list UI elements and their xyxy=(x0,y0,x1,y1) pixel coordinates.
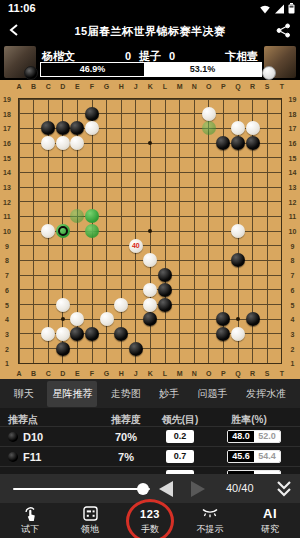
tab-1[interactable]: 聊天 xyxy=(9,381,39,407)
black-captures: 0 xyxy=(125,50,131,62)
territory-icon xyxy=(83,506,98,521)
black-player-avatar xyxy=(4,46,36,78)
board-row-label: 19 xyxy=(289,96,297,103)
board-column-label: L xyxy=(163,370,167,377)
board-row-label: 1 xyxy=(291,360,295,367)
go-board[interactable]: AABBCCDDEEFFGGHHJJKKLLMMNNOOPPQQRRSSTT11… xyxy=(0,80,300,379)
tab-2[interactable]: 星阵推荐 xyxy=(47,381,97,407)
white-stone-E16 xyxy=(70,136,84,150)
black-stone-E3 xyxy=(70,327,84,341)
black-win-value: 48.0 xyxy=(228,431,254,442)
board-column-label: T xyxy=(280,83,284,90)
board-row-label: 12 xyxy=(289,198,297,205)
black-stone-C17 xyxy=(41,121,55,135)
white-stone-K5 xyxy=(143,298,157,312)
previous-move-button[interactable] xyxy=(159,481,173,497)
board-column-label: B xyxy=(31,83,36,90)
tab-3[interactable]: 走势图 xyxy=(106,381,146,407)
black-stone-P3 xyxy=(216,327,230,341)
board-row-label: 14 xyxy=(3,169,11,176)
black-win-value: 45.6 xyxy=(228,451,254,462)
white-player-avatar xyxy=(264,46,296,78)
lead-value: 0.7 xyxy=(166,450,194,463)
board-row-label: 19 xyxy=(3,96,11,103)
recommended-point: D10 xyxy=(23,431,43,443)
last-move-stone-J9: 40 xyxy=(129,239,143,253)
title-bar: 15届春兰杯世界锦标赛半决赛 xyxy=(0,16,300,44)
board-column-label: N xyxy=(192,83,197,90)
lead-value: 0.2 xyxy=(166,430,194,443)
black-stone-R4 xyxy=(246,312,260,326)
col-header-point: 推荐点 xyxy=(8,413,38,427)
tap-icon xyxy=(22,506,39,522)
board-row-label: 5 xyxy=(5,301,9,308)
ai-suggestion-F10[interactable] xyxy=(85,224,99,238)
black-stone-E17 xyxy=(70,121,84,135)
white-win-rate: 53.1% xyxy=(144,63,261,76)
black-stone-Q8 xyxy=(231,253,245,267)
tab-5[interactable]: 问题手 xyxy=(193,381,233,407)
col-header-lead: 领先(目) xyxy=(162,413,199,427)
board-column-label: O xyxy=(206,83,211,90)
board-row-label: 12 xyxy=(3,198,11,205)
board-column-label: E xyxy=(75,83,80,90)
black-stone-D2 xyxy=(56,342,70,356)
toolbar-item-5[interactable]: AI研究 xyxy=(240,503,300,538)
board-row-label: 9 xyxy=(5,242,9,249)
board-column-label: C xyxy=(46,83,51,90)
board-row-label: 13 xyxy=(3,184,11,191)
white-win-value: 54.4 xyxy=(254,451,280,462)
board-column-label: P xyxy=(221,370,226,377)
black-stone-H3 xyxy=(114,327,128,341)
white-stone-Q10 xyxy=(231,224,245,238)
board-column-label: K xyxy=(148,83,153,90)
board-column-label: G xyxy=(104,83,109,90)
board-column-label: P xyxy=(221,83,226,90)
board-row-label: 16 xyxy=(289,140,297,147)
black-stone-F3 xyxy=(85,327,99,341)
black-stone-P16 xyxy=(216,136,230,150)
page-title: 15届春兰杯世界锦标赛半决赛 xyxy=(36,24,264,39)
recommendation-row-clipped xyxy=(0,466,300,474)
board-column-label: J xyxy=(134,370,138,377)
star-point xyxy=(148,141,152,145)
col-header-score: 推荐度 xyxy=(111,413,141,427)
move-navigation-bar: 40/40 xyxy=(0,474,300,503)
tab-4[interactable]: 妙手 xyxy=(154,381,184,407)
board-column-label: J xyxy=(134,83,138,90)
eye-closed-icon xyxy=(201,507,219,520)
toolbar-item-label: 研究 xyxy=(261,523,279,536)
board-column-label: H xyxy=(119,370,124,377)
board-column-label: O xyxy=(206,370,211,377)
black-stone-K4 xyxy=(143,312,157,326)
move-counter: 40/40 xyxy=(226,482,254,494)
captures-label: 提子 xyxy=(139,50,161,62)
board-row-label: 10 xyxy=(289,228,297,235)
black-stone-badge xyxy=(24,66,38,80)
board-column-label: H xyxy=(119,83,124,90)
board-row-label: 11 xyxy=(289,213,296,220)
toolbar-item-3[interactable]: 123手数 xyxy=(120,503,180,538)
board-column-label: A xyxy=(16,83,21,90)
board-row-label: 1 xyxy=(5,360,9,367)
board-column-label: M xyxy=(177,83,183,90)
board-row-label: 9 xyxy=(291,242,295,249)
white-stone-G4 xyxy=(100,312,114,326)
board-row-label: 17 xyxy=(289,125,297,132)
board-row-label: 5 xyxy=(291,301,295,308)
win-rate-bar: 46.9% 53.1% xyxy=(40,62,262,77)
col-header-winrate: 胜率(%) xyxy=(231,413,267,427)
board-column-label: F xyxy=(90,370,94,377)
recommendation-score: 7% xyxy=(118,451,134,463)
recommendation-row-F11[interactable]: F117%0.745.654.4 xyxy=(0,446,300,467)
signal-icon xyxy=(274,4,285,14)
win-rate-pair: 45.654.4 xyxy=(227,450,281,463)
board-column-label: D xyxy=(60,83,65,90)
board-row-label: 4 xyxy=(291,316,295,323)
toolbar-item-1[interactable]: 试下 xyxy=(0,503,60,538)
move-slider-thumb[interactable] xyxy=(137,483,149,495)
board-row-label: 2 xyxy=(291,345,295,352)
toolbar-item-label: 领地 xyxy=(81,523,99,536)
black-stone-Q16 xyxy=(231,136,245,150)
board-row-label: 8 xyxy=(5,257,9,264)
collapse-panel-icon[interactable] xyxy=(273,478,295,500)
analysis-tab-bar: 聊天星阵推荐走势图妙手问题手发挥水准 xyxy=(0,379,300,408)
white-stone-O18 xyxy=(202,107,216,121)
board-column-label: A xyxy=(16,370,21,377)
ai-suggestion-E11[interactable] xyxy=(70,209,84,223)
black-stone-L6 xyxy=(158,283,172,297)
white-stone-D5 xyxy=(56,298,70,312)
black-stone-P4 xyxy=(216,312,230,326)
board-column-label: R xyxy=(250,370,255,377)
ai-suggestion-D10[interactable] xyxy=(56,224,70,238)
back-icon[interactable] xyxy=(8,23,22,37)
board-row-label: 15 xyxy=(3,154,11,161)
board-row-label: 7 xyxy=(5,272,9,279)
white-stone-H5 xyxy=(114,298,128,312)
toolbar-item-label: 不提示 xyxy=(197,523,224,536)
white-stone-Q3 xyxy=(231,327,245,341)
next-move-button[interactable] xyxy=(191,481,205,497)
player-bar: 杨楷文 卞相壹 0提子0 46.9% 53.1% xyxy=(0,44,300,80)
black-stone-icon xyxy=(8,432,18,442)
board-column-label: Q xyxy=(235,83,240,90)
board-row-label: 17 xyxy=(3,125,11,132)
ai-icon-text: AI xyxy=(263,506,277,521)
board-row-label: 8 xyxy=(291,257,295,264)
white-stone-C10 xyxy=(41,224,55,238)
board-column-label: T xyxy=(280,370,284,377)
white-stone-badge xyxy=(262,66,276,80)
board-row-label: 18 xyxy=(289,110,297,117)
recommended-point: F11 xyxy=(23,451,41,463)
bottom-toolbar: 试下领地123手数不提示AI研究 xyxy=(0,503,300,538)
board-row-label: 3 xyxy=(5,330,9,337)
recommendation-table: 推荐点 推荐度 领先(目) 胜率(%) D1070%0.248.052.0F11… xyxy=(0,408,300,474)
toolbar-item-label: 试下 xyxy=(21,523,39,536)
star-point xyxy=(61,317,65,321)
board-column-label: F xyxy=(90,83,94,90)
board-column-label: K xyxy=(148,370,153,377)
board-column-label: D xyxy=(60,370,65,377)
status-icons xyxy=(259,3,295,14)
white-stone-C16 xyxy=(41,136,55,150)
black-win-rate: 46.9% xyxy=(41,63,144,76)
white-win-value: 52.0 xyxy=(254,431,280,442)
toolbar-item-4[interactable]: 不提示 xyxy=(180,503,240,538)
black-stone-F18 xyxy=(85,107,99,121)
share-icon[interactable] xyxy=(276,23,291,38)
white-captures: 0 xyxy=(169,50,175,62)
black-stone-L5 xyxy=(158,298,172,312)
board-column-label: M xyxy=(177,370,183,377)
white-stone-D3 xyxy=(56,327,70,341)
board-row-label: 7 xyxy=(291,272,295,279)
black-stone-icon xyxy=(8,452,18,462)
board-column-label: S xyxy=(265,370,270,377)
black-stone-D17 xyxy=(56,121,70,135)
board-row-label: 3 xyxy=(291,330,295,337)
recommendation-row-D10[interactable]: D1070%0.248.052.0 xyxy=(0,426,300,447)
toolbar-item-2[interactable]: 领地 xyxy=(60,503,120,538)
board-column-label: L xyxy=(163,83,167,90)
star-point xyxy=(236,317,240,321)
white-stone-F17 xyxy=(85,121,99,135)
board-row-label: 4 xyxy=(5,316,9,323)
move-slider-track[interactable] xyxy=(13,488,150,490)
board-column-label: B xyxy=(31,370,36,377)
move-number-label: 40 xyxy=(132,242,140,249)
board-row-label: 11 xyxy=(3,213,10,220)
battery-icon xyxy=(288,3,295,14)
board-column-label: Q xyxy=(235,370,240,377)
wifi-icon xyxy=(259,4,271,14)
black-stone-L7 xyxy=(158,268,172,282)
ai-suggestion-F11[interactable] xyxy=(85,209,99,223)
move-numbers-icon-text: 123 xyxy=(140,508,160,520)
board-row-label: 15 xyxy=(289,154,297,161)
white-stone-K6 xyxy=(143,283,157,297)
white-stone-D16 xyxy=(56,136,70,150)
win-rate-pair: 48.052.0 xyxy=(227,430,281,443)
black-stone-J2 xyxy=(129,342,143,356)
white-stone-Q17 xyxy=(231,121,245,135)
status-bar: 11:06 xyxy=(0,0,300,16)
white-stone-E4 xyxy=(70,312,84,326)
board-column-label: N xyxy=(192,370,197,377)
star-point xyxy=(148,229,152,233)
board-column-label: E xyxy=(75,370,80,377)
board-row-label: 16 xyxy=(3,140,11,147)
app-screen: 11:06 15届春兰杯世界锦标赛半决赛 杨楷文 卞相壹 0提子0 46.9% … xyxy=(0,0,300,538)
board-column-label: R xyxy=(250,83,255,90)
board-row-label: 18 xyxy=(3,110,11,117)
ai-suggestion-O17[interactable] xyxy=(202,121,216,135)
board-row-label: 6 xyxy=(291,286,295,293)
board-column-label: C xyxy=(46,370,51,377)
recommendation-score: 70% xyxy=(115,431,137,443)
toolbar-item-label: 手数 xyxy=(141,523,159,536)
clock: 11:06 xyxy=(8,2,36,14)
board-row-label: 14 xyxy=(289,169,297,176)
black-stone-R16 xyxy=(246,136,260,150)
white-stone-K8 xyxy=(143,253,157,267)
white-stone-R17 xyxy=(246,121,260,135)
board-row-label: 13 xyxy=(289,184,297,191)
board-row-label: 10 xyxy=(3,228,11,235)
board-column-label: G xyxy=(104,370,109,377)
board-column-label: S xyxy=(265,83,270,90)
selected-suggestion-ring xyxy=(58,226,68,236)
white-stone-C3 xyxy=(41,327,55,341)
board-row-label: 6 xyxy=(5,286,9,293)
tab-6[interactable]: 发挥水准 xyxy=(241,381,291,407)
board-row-label: 2 xyxy=(5,345,9,352)
